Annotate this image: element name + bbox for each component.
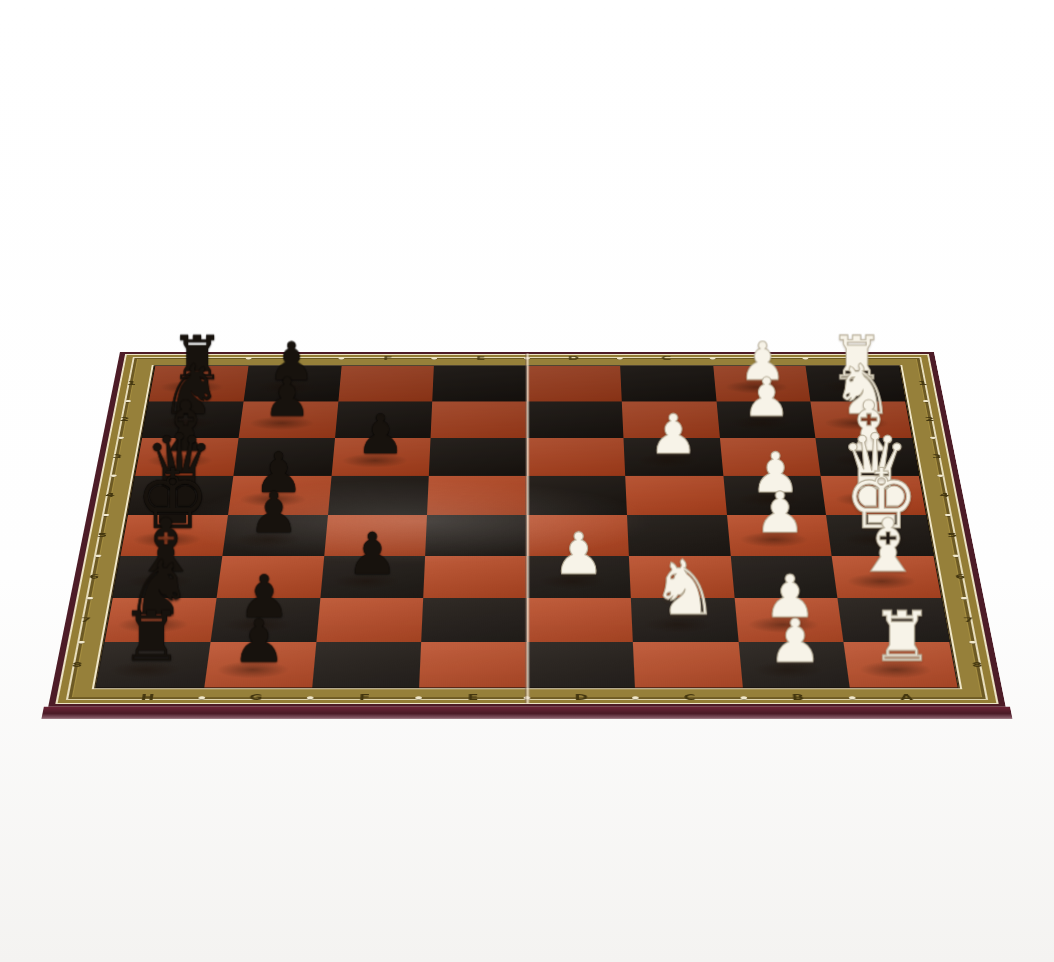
piece-black-pawn-f3: ♟ (331, 438, 431, 476)
file-label-front-B: B (743, 691, 853, 703)
piece-white-bishop-a6: ♝ (833, 556, 943, 598)
black-pawn-glyph: ♟ (332, 407, 430, 462)
white-pawn-glyph: ♟ (741, 611, 848, 671)
file-label-back-E: E (434, 354, 527, 363)
file-label-back-C: C (620, 354, 713, 363)
stud-dot (524, 357, 530, 359)
piece-black-rook-h8: ♜ (95, 642, 209, 688)
piece-black-pawn-g8: ♟ (203, 642, 315, 688)
white-pawn-glyph: ♟ (719, 371, 815, 425)
file-label-back-D: D (527, 354, 620, 363)
piece-black-pawn-g5: ♟ (221, 515, 327, 556)
black-rook-glyph: ♜ (98, 603, 205, 672)
piece-white-pawn-b8: ♟ (739, 642, 851, 688)
file-label-front-D: D (527, 691, 636, 703)
stud-dot (923, 400, 929, 402)
file-label-front-E: E (418, 691, 527, 703)
white-pawn-glyph: ♟ (729, 484, 830, 541)
file-label-front-C: C (635, 691, 744, 703)
piece-white-rook-a8: ♜ (845, 642, 959, 688)
piece-white-knight-c7: ♞ (631, 598, 739, 642)
file-label-front-H: H (92, 691, 202, 703)
stud-dot (937, 475, 943, 477)
stud-dot (802, 357, 808, 359)
white-pawn-glyph: ♟ (527, 525, 630, 583)
file-label-front-A: A (851, 691, 961, 703)
piece-white-pawn-b5: ♟ (727, 515, 833, 556)
white-bishop-glyph: ♝ (836, 508, 939, 582)
board-front-rim (41, 707, 1012, 719)
black-pawn-glyph: ♟ (321, 525, 424, 583)
black-pawn-glyph: ♟ (239, 371, 335, 425)
file-label-back-F: F (341, 354, 434, 363)
photo-background: HGFEDCBA HGFEDCBA 12345678 12345678 ♜♞♝♛… (0, 0, 1054, 962)
piece-white-pawn-b2: ♟ (717, 401, 817, 438)
white-rook-glyph: ♜ (849, 603, 956, 672)
white-pawn-glyph: ♟ (625, 407, 723, 462)
stud-dot (930, 437, 936, 439)
piece-white-pawn-c3: ♟ (623, 438, 723, 476)
black-pawn-glyph: ♟ (205, 611, 312, 671)
white-knight-glyph: ♞ (632, 550, 737, 626)
stud-dot (431, 357, 437, 359)
piece-black-pawn-f6: ♟ (319, 556, 425, 598)
stud-dot (617, 357, 623, 359)
chess-board: HGFEDCBA HGFEDCBA 12345678 12345678 ♜♞♝♛… (48, 352, 1006, 707)
stud-dot (710, 357, 716, 359)
scene: HGFEDCBA HGFEDCBA 12345678 12345678 ♜♞♝♛… (0, 0, 1054, 962)
piece-white-pawn-d6: ♟ (527, 556, 631, 598)
black-pawn-glyph: ♟ (223, 484, 324, 541)
file-label-front-G: G (201, 691, 311, 703)
file-label-front-F: F (310, 691, 419, 703)
piece-black-pawn-g2: ♟ (238, 401, 338, 438)
